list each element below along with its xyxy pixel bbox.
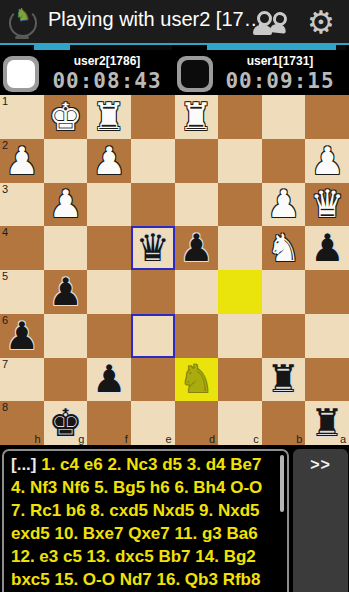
square-d3[interactable] bbox=[175, 183, 219, 227]
square-g1[interactable]: ♚ bbox=[44, 95, 88, 139]
black-clock: user1[1731] 00:09:15 bbox=[213, 54, 347, 94]
square-a5[interactable] bbox=[305, 270, 349, 314]
white-player-name: user2[1786] bbox=[40, 54, 174, 69]
file-label-a: a bbox=[340, 433, 346, 445]
square-f5[interactable] bbox=[87, 270, 131, 314]
square-h7[interactable]: 7 bbox=[0, 358, 44, 402]
rank-label-4: 4 bbox=[2, 226, 8, 238]
square-c8[interactable]: c bbox=[218, 401, 262, 445]
players-icon[interactable] bbox=[253, 11, 289, 35]
square-e6[interactable] bbox=[131, 314, 175, 358]
white-queen-a3[interactable]: ♛ bbox=[305, 183, 349, 227]
rank-label-3: 3 bbox=[2, 183, 8, 195]
chess-app-screen: ♞ Playing with user2 [17… ⚙ user2[1786] … bbox=[0, 0, 349, 592]
square-c7[interactable] bbox=[218, 358, 262, 402]
square-b6[interactable] bbox=[262, 314, 306, 358]
white-knight-b4[interactable]: ♞ bbox=[262, 226, 306, 270]
file-label-c: c bbox=[253, 433, 259, 445]
fast-forward-button[interactable]: >> bbox=[293, 456, 348, 474]
move-list-scrollbar[interactable] bbox=[280, 455, 284, 512]
white-pawn-b3[interactable]: ♟ bbox=[262, 183, 306, 227]
move-list-prefix[interactable]: [...] bbox=[11, 455, 41, 474]
rank-label-1: 1 bbox=[2, 95, 8, 107]
square-c4[interactable] bbox=[218, 226, 262, 270]
clock-row: user2[1786] 00:08:43 user1[1731] 00:09:1… bbox=[0, 51, 349, 95]
move-area: [...] 1. c4 e6 2. Nc3 d5 3. d4 Be74. Nf3… bbox=[0, 445, 349, 592]
square-d7[interactable]: ♞ bbox=[175, 358, 219, 402]
square-b8[interactable]: b bbox=[262, 401, 306, 445]
square-e3[interactable] bbox=[131, 183, 175, 227]
square-d5[interactable] bbox=[175, 270, 219, 314]
square-g5[interactable]: ♟ bbox=[44, 270, 88, 314]
chess-board[interactable]: 1♚♜♜♟2♟♟3♟♟♛4♛♟♞♟5♟♟67♟♞♜8h♚gfedcb♜a bbox=[0, 95, 349, 445]
square-b2[interactable] bbox=[262, 139, 306, 183]
move-list-line-5: 12. e3 c5 13. dxc5 Bb7 14. Bg2 bbox=[11, 545, 279, 568]
square-a3[interactable]: ♛ bbox=[305, 183, 349, 227]
move-list-line-2: 4. Nf3 Nf6 5. Bg5 h6 6. Bh4 O-O bbox=[11, 476, 279, 499]
square-f8[interactable]: f bbox=[87, 401, 131, 445]
rank-label-5: 5 bbox=[2, 270, 8, 282]
white-player-time: 00:08:43 bbox=[40, 69, 174, 94]
white-time-progressbar bbox=[34, 45, 172, 50]
black-pawn-d4[interactable]: ♟ bbox=[175, 226, 219, 270]
white-pawn-a2[interactable]: ♟ bbox=[305, 139, 349, 183]
highlighted-black-knight-d7[interactable]: ♞ bbox=[175, 358, 219, 402]
square-a8[interactable]: ♜a bbox=[305, 401, 349, 445]
rank-label-7: 7 bbox=[2, 358, 8, 370]
black-queen-e4[interactable]: ♛ bbox=[131, 226, 175, 270]
move-list-box[interactable]: [...] 1. c4 e6 2. Nc3 d5 3. d4 Be74. Nf3… bbox=[2, 449, 289, 592]
square-d1[interactable]: ♜ bbox=[175, 95, 219, 139]
rank-label-6: 6 bbox=[2, 314, 8, 326]
square-a1[interactable] bbox=[305, 95, 349, 139]
move-list-line-4: exd5 10. Bxe7 Qxe7 11. g3 Ba6 bbox=[11, 522, 279, 545]
square-g6[interactable] bbox=[44, 314, 88, 358]
square-e5[interactable] bbox=[131, 270, 175, 314]
square-h4[interactable]: 4 bbox=[0, 226, 44, 270]
square-h8[interactable]: 8h bbox=[0, 401, 44, 445]
black-pawn-f7[interactable]: ♟ bbox=[87, 358, 131, 402]
white-color-swatch bbox=[3, 56, 39, 92]
black-color-swatch bbox=[177, 56, 213, 92]
app-logo-knight-icon: ♞ bbox=[4, 2, 42, 42]
square-a6[interactable] bbox=[305, 314, 349, 358]
square-h3[interactable]: 3 bbox=[0, 183, 44, 227]
square-e1[interactable] bbox=[131, 95, 175, 139]
move-list-line-1: [...] 1. c4 e6 2. Nc3 d5 3. d4 Be7 bbox=[11, 453, 279, 476]
square-f2[interactable]: ♟ bbox=[87, 139, 131, 183]
square-c5[interactable] bbox=[218, 270, 262, 314]
rank-label-2: 2 bbox=[2, 139, 8, 151]
side-panel: >> bbox=[293, 449, 348, 592]
rank-label-8: 8 bbox=[2, 401, 8, 413]
square-b4[interactable]: ♞ bbox=[262, 226, 306, 270]
file-label-b: b bbox=[296, 433, 302, 445]
square-e2[interactable] bbox=[131, 139, 175, 183]
file-label-g: g bbox=[78, 433, 84, 445]
move-list-line-3: 7. Rc1 b6 8. cxd5 Nxd5 9. Nxd5 bbox=[11, 499, 279, 522]
square-g3[interactable]: ♟ bbox=[44, 183, 88, 227]
file-label-e: e bbox=[165, 433, 171, 445]
square-f6[interactable] bbox=[87, 314, 131, 358]
file-label-h: h bbox=[35, 433, 41, 445]
square-e4[interactable]: ♛ bbox=[131, 226, 175, 270]
square-d6[interactable] bbox=[175, 314, 219, 358]
black-rook-b7[interactable]: ♜ bbox=[262, 358, 306, 402]
square-d2[interactable] bbox=[175, 139, 219, 183]
action-bar: ♞ Playing with user2 [17… ⚙ bbox=[0, 0, 349, 44]
white-pawn-g3[interactable]: ♟ bbox=[44, 183, 88, 227]
black-player-time: 00:09:15 bbox=[213, 69, 347, 94]
square-h2[interactable]: ♟2 bbox=[0, 139, 44, 183]
black-player-name: user1[1731] bbox=[213, 54, 347, 69]
black-pawn-g5[interactable]: ♟ bbox=[44, 270, 88, 314]
square-b3[interactable]: ♟ bbox=[262, 183, 306, 227]
square-g4[interactable] bbox=[44, 226, 88, 270]
square-b5[interactable] bbox=[262, 270, 306, 314]
move-list-line-6: bxc5 15. O-O Nd7 16. Qb3 Rfb8 bbox=[11, 568, 279, 591]
square-c3[interactable] bbox=[218, 183, 262, 227]
white-rook-d1[interactable]: ♜ bbox=[175, 95, 219, 139]
square-g7[interactable] bbox=[44, 358, 88, 402]
square-f4[interactable] bbox=[87, 226, 131, 270]
white-pawn-f2[interactable]: ♟ bbox=[87, 139, 131, 183]
white-king-g1[interactable]: ♚ bbox=[44, 95, 88, 139]
white-clock: user2[1786] 00:08:43 bbox=[40, 54, 174, 94]
square-g2[interactable] bbox=[44, 139, 88, 183]
black-pawn-a4[interactable]: ♟ bbox=[305, 226, 349, 270]
square-c2[interactable] bbox=[218, 139, 262, 183]
square-b7[interactable]: ♜ bbox=[262, 358, 306, 402]
file-label-f: f bbox=[125, 433, 128, 445]
file-label-d: d bbox=[209, 433, 215, 445]
square-d4[interactable]: ♟ bbox=[175, 226, 219, 270]
square-e8[interactable]: e bbox=[131, 401, 175, 445]
square-h5[interactable]: 5 bbox=[0, 270, 44, 314]
square-f3[interactable] bbox=[87, 183, 131, 227]
square-a4[interactable]: ♟ bbox=[305, 226, 349, 270]
white-rook-f1[interactable]: ♜ bbox=[87, 95, 131, 139]
page-title: Playing with user2 [17… bbox=[48, 8, 264, 31]
square-c6[interactable] bbox=[218, 314, 262, 358]
square-g8[interactable]: ♚g bbox=[44, 401, 88, 445]
square-h1[interactable]: 1 bbox=[0, 95, 44, 139]
square-b1[interactable] bbox=[262, 95, 306, 139]
settings-gear-icon[interactable]: ⚙ bbox=[303, 3, 339, 41]
square-e7[interactable] bbox=[131, 358, 175, 402]
square-f7[interactable]: ♟ bbox=[87, 358, 131, 402]
square-a7[interactable] bbox=[305, 358, 349, 402]
black-time-progressbar bbox=[207, 45, 346, 50]
square-h6[interactable]: ♟6 bbox=[0, 314, 44, 358]
square-f1[interactable]: ♜ bbox=[87, 95, 131, 139]
square-d8[interactable]: d bbox=[175, 401, 219, 445]
square-c1[interactable] bbox=[218, 95, 262, 139]
square-a2[interactable]: ♟ bbox=[305, 139, 349, 183]
